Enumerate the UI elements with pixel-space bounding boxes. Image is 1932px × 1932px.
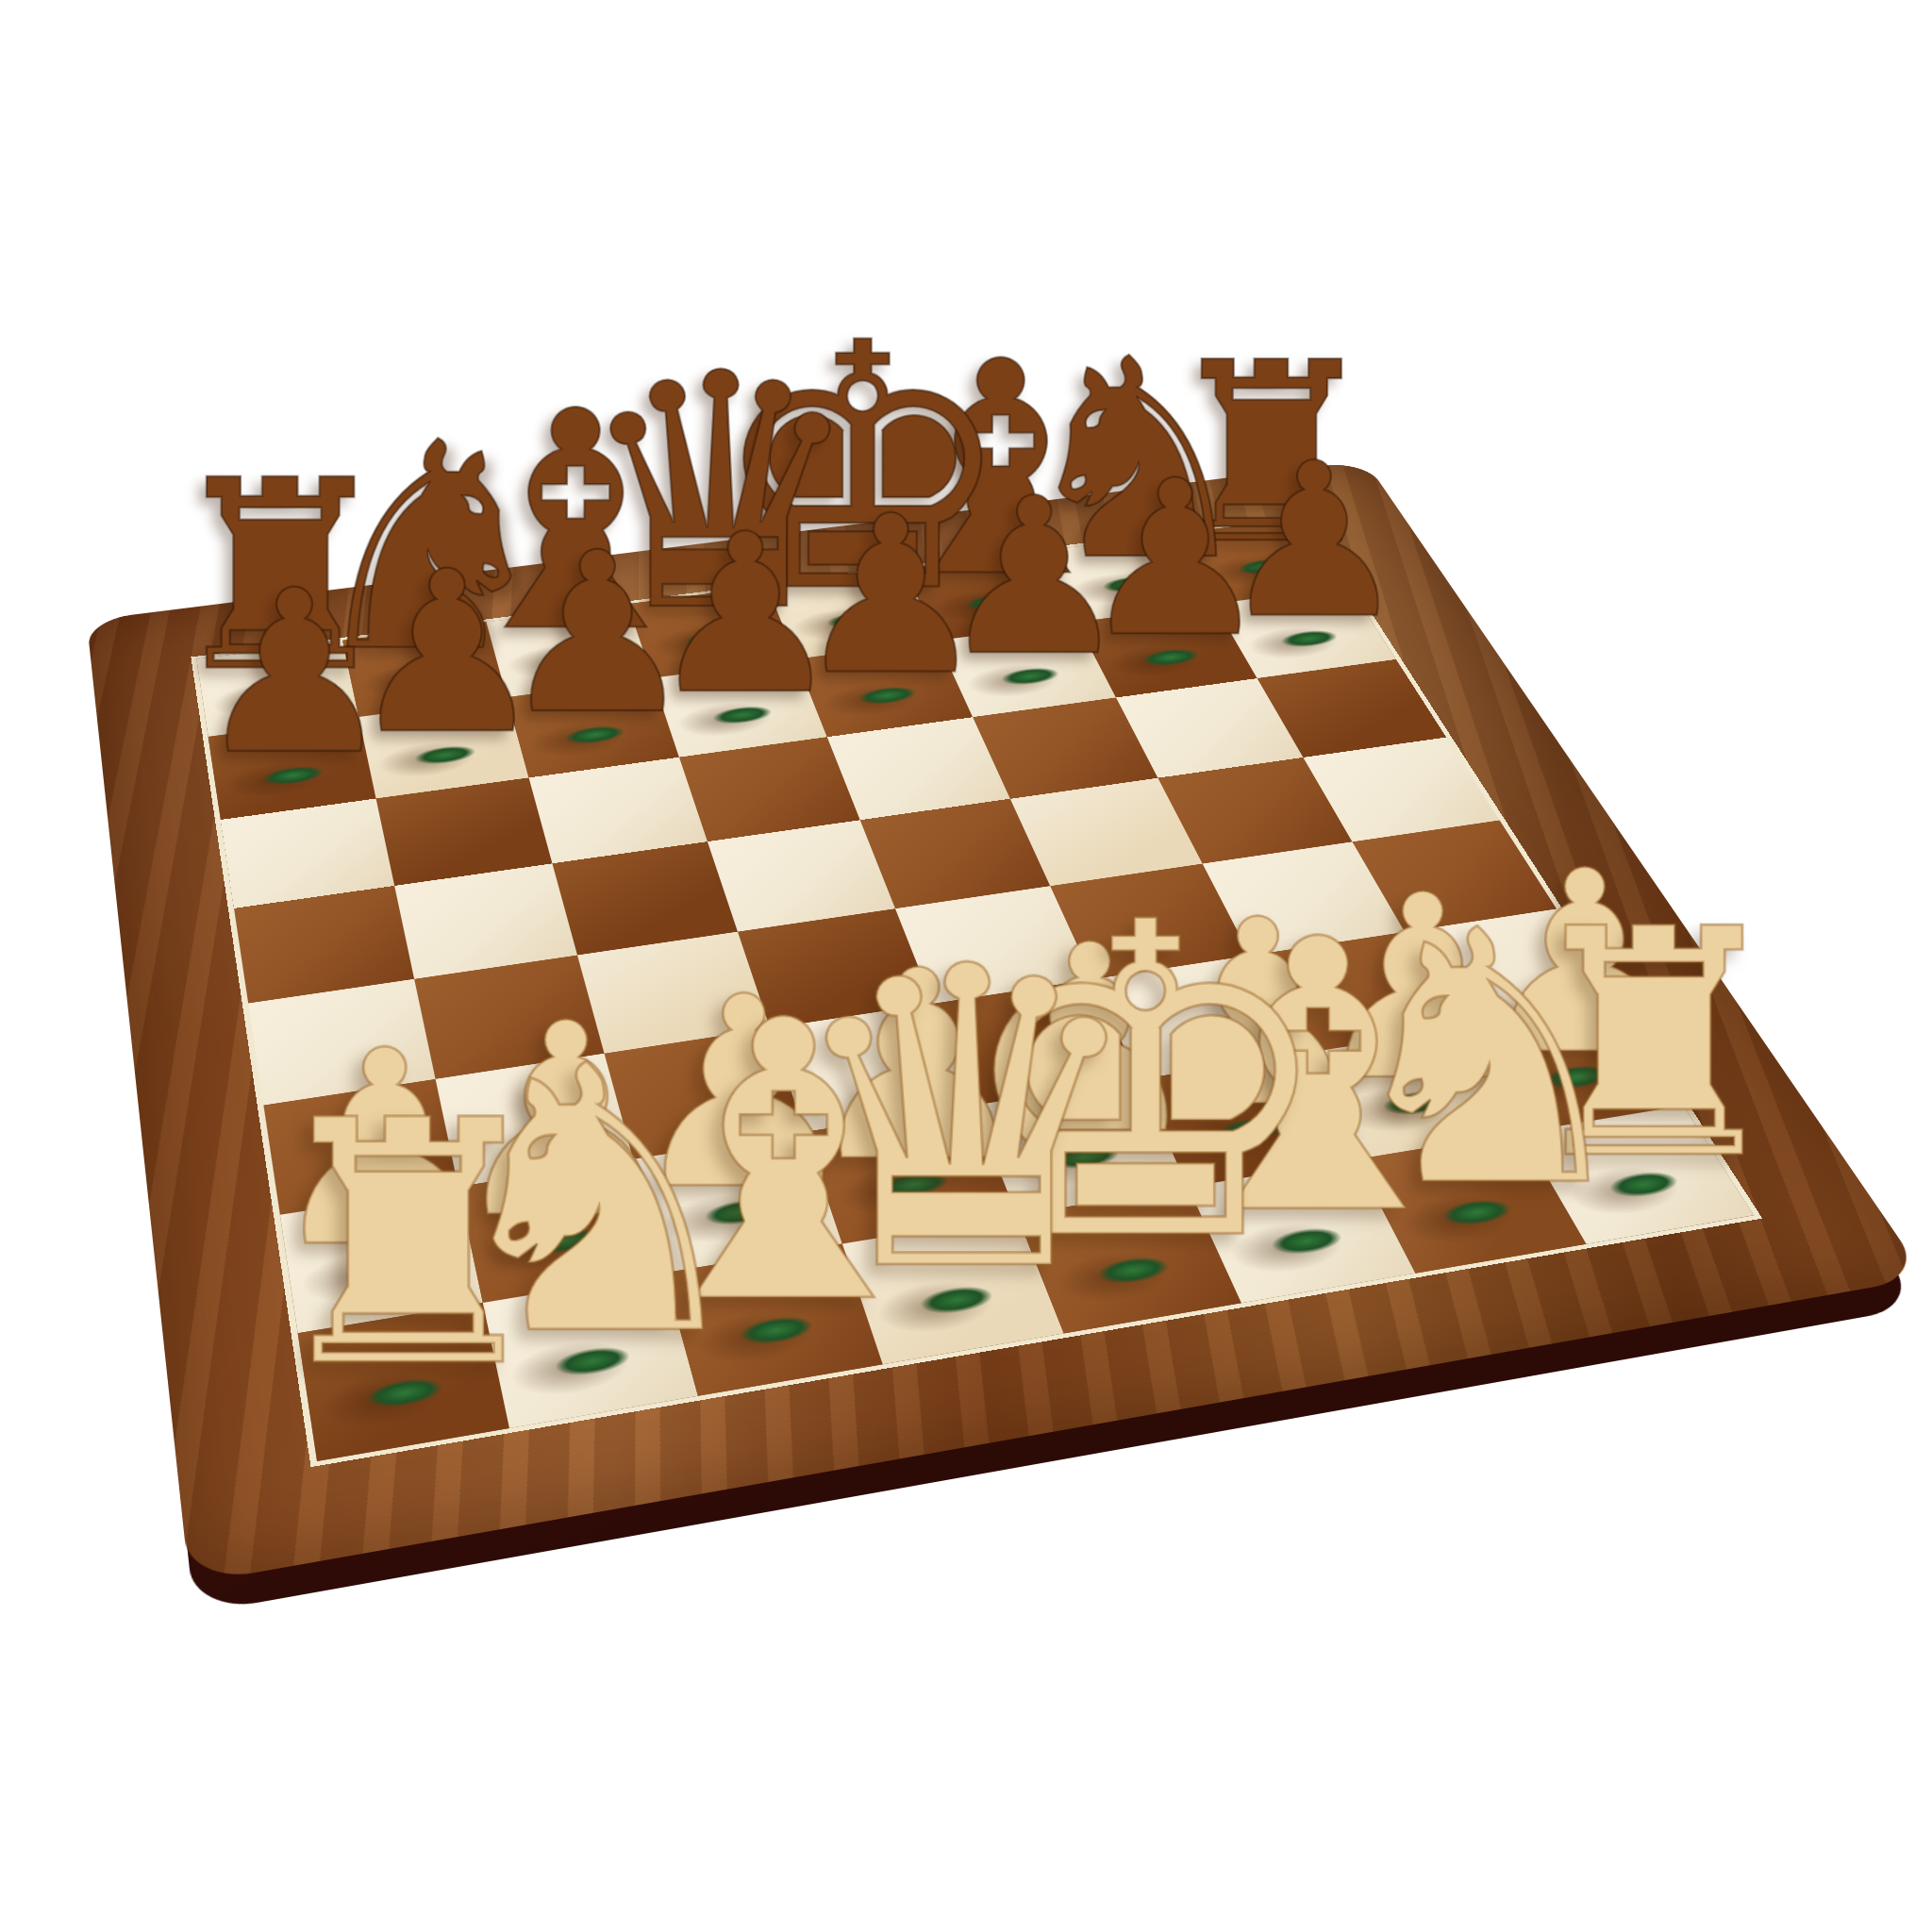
- scene: ♜♞♝♛♚♝♞♜♟♟♟♟♟♟♟♟♟♟♟♟♟♟♟♟♜♞♝♛♚♝♞♜: [0, 0, 1932, 1932]
- chess-board: ♜♞♝♛♚♝♞♜♟♟♟♟♟♟♟♟♟♟♟♟♟♟♟♟♜♞♝♛♚♝♞♜: [87, 460, 1926, 1584]
- black-pawn-a7[interactable]: ♟: [193, 560, 395, 786]
- square-a1[interactable]: ♜: [298, 1303, 509, 1461]
- white-rook-a1[interactable]: ♜: [258, 1077, 559, 1414]
